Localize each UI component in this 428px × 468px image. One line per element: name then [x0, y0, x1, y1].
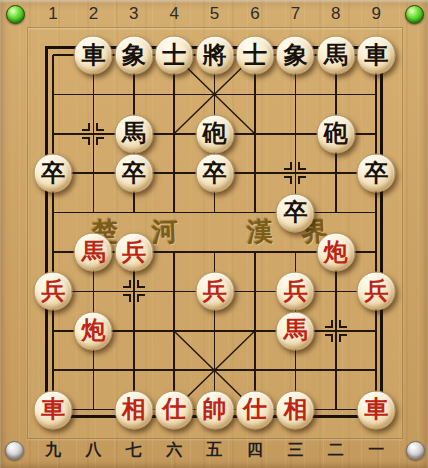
piece-black-advisor[interactable]: 士 — [155, 36, 194, 75]
file-label-top-6: 6 — [250, 4, 259, 24]
piece-glyph: 象 — [122, 42, 146, 66]
piece-glyph: 馬 — [283, 318, 307, 342]
file-label-bottom-4: 六 — [166, 440, 182, 461]
piece-black-horse[interactable]: 馬 — [316, 36, 355, 75]
piece-glyph: 兵 — [122, 239, 146, 263]
file-label-bottom-1: 九 — [45, 440, 61, 461]
file-label-bottom-3: 七 — [126, 440, 142, 461]
indicator-light-top-right — [405, 5, 424, 24]
grid-line-vertical — [173, 55, 175, 213]
piece-glyph: 象 — [283, 42, 307, 66]
piece-glyph: 馬 — [122, 121, 146, 145]
piece-black-horse[interactable]: 馬 — [114, 114, 153, 153]
piece-glyph: 卒 — [41, 160, 65, 184]
piece-glyph: 砲 — [203, 121, 227, 145]
file-label-bottom-7: 三 — [287, 440, 303, 461]
piece-black-chariot[interactable]: 車 — [74, 36, 113, 75]
piece-glyph: 卒 — [203, 160, 227, 184]
grid-line-vertical — [295, 55, 297, 213]
piece-red-advisor[interactable]: 仕 — [155, 390, 194, 429]
piece-glyph: 炮 — [324, 239, 348, 263]
piece-glyph: 車 — [41, 397, 65, 421]
piece-red-horse[interactable]: 馬 — [276, 311, 315, 350]
file-label-bottom-9: 一 — [368, 440, 384, 461]
piece-glyph: 相 — [122, 397, 146, 421]
file-label-bottom-5: 五 — [207, 440, 223, 461]
file-label-top-2: 2 — [89, 4, 98, 24]
grid-line-vertical — [375, 55, 377, 410]
piece-red-horse[interactable]: 馬 — [74, 233, 113, 272]
piece-red-soldier[interactable]: 兵 — [195, 272, 234, 311]
position-marker — [123, 280, 145, 302]
piece-glyph: 兵 — [364, 278, 388, 302]
piece-glyph: 相 — [283, 397, 307, 421]
piece-red-soldier[interactable]: 兵 — [357, 272, 396, 311]
xiangqi-app-window: 楚河漢界車象士將士象馬車馬砲砲卒卒卒卒卒馬兵炮兵兵兵兵炮馬車相仕帥仕相車1234… — [0, 0, 428, 468]
river-text: 河 — [151, 214, 178, 250]
piece-black-elephant[interactable]: 象 — [114, 36, 153, 75]
piece-glyph: 兵 — [283, 278, 307, 302]
piece-glyph: 砲 — [324, 121, 348, 145]
piece-black-chariot[interactable]: 車 — [357, 36, 396, 75]
piece-red-soldier[interactable]: 兵 — [114, 233, 153, 272]
piece-glyph: 仕 — [243, 397, 267, 421]
piece-glyph: 士 — [243, 42, 267, 66]
position-marker — [325, 320, 347, 342]
piece-red-soldier[interactable]: 兵 — [34, 272, 73, 311]
file-label-top-8: 8 — [331, 4, 340, 24]
piece-glyph: 車 — [364, 42, 388, 66]
piece-red-general[interactable]: 帥 — [195, 390, 234, 429]
file-label-bottom-2: 八 — [85, 440, 101, 461]
file-label-top-9: 9 — [371, 4, 380, 24]
grid-line-vertical — [254, 55, 256, 213]
piece-glyph: 車 — [364, 397, 388, 421]
piece-black-soldier[interactable]: 卒 — [114, 154, 153, 193]
file-label-top-5: 5 — [210, 4, 219, 24]
river-text: 漢 — [246, 214, 273, 250]
piece-red-elephant[interactable]: 相 — [276, 390, 315, 429]
piece-glyph: 仕 — [162, 397, 186, 421]
piece-red-chariot[interactable]: 車 — [357, 390, 396, 429]
grid-line-vertical — [52, 55, 54, 410]
piece-glyph: 兵 — [41, 278, 65, 302]
piece-glyph: 卒 — [283, 200, 307, 224]
file-label-top-1: 1 — [48, 4, 57, 24]
position-marker — [82, 123, 104, 145]
piece-black-cannon[interactable]: 砲 — [195, 114, 234, 153]
piece-red-cannon[interactable]: 炮 — [74, 311, 113, 350]
piece-red-cannon[interactable]: 炮 — [316, 233, 355, 272]
piece-black-soldier[interactable]: 卒 — [276, 193, 315, 232]
piece-black-cannon[interactable]: 砲 — [316, 114, 355, 153]
file-label-top-7: 7 — [291, 4, 300, 24]
piece-black-elephant[interactable]: 象 — [276, 36, 315, 75]
piece-red-elephant[interactable]: 相 — [114, 390, 153, 429]
piece-red-chariot[interactable]: 車 — [34, 390, 73, 429]
piece-red-advisor[interactable]: 仕 — [236, 390, 275, 429]
grid-line-vertical — [254, 252, 256, 410]
piece-glyph: 帥 — [203, 397, 227, 421]
file-label-top-4: 4 — [169, 4, 178, 24]
piece-glyph: 車 — [81, 42, 105, 66]
position-marker — [284, 162, 306, 184]
piece-black-soldier[interactable]: 卒 — [195, 154, 234, 193]
piece-black-advisor[interactable]: 士 — [236, 36, 275, 75]
piece-glyph: 卒 — [122, 160, 146, 184]
file-label-bottom-6: 四 — [247, 440, 263, 461]
piece-glyph: 炮 — [81, 318, 105, 342]
grid-line-vertical — [133, 252, 135, 410]
file-label-top-3: 3 — [129, 4, 138, 24]
piece-black-general[interactable]: 將 — [195, 36, 234, 75]
indicator-light-top-left — [6, 5, 25, 24]
piece-glyph: 馬 — [324, 42, 348, 66]
indicator-light-bottom-right — [406, 441, 425, 460]
piece-black-soldier[interactable]: 卒 — [34, 154, 73, 193]
grid-line-vertical — [173, 252, 175, 410]
piece-red-soldier[interactable]: 兵 — [276, 272, 315, 311]
piece-glyph: 馬 — [81, 239, 105, 263]
piece-black-soldier[interactable]: 卒 — [357, 154, 396, 193]
piece-glyph: 將 — [203, 42, 227, 66]
file-label-bottom-8: 二 — [328, 440, 344, 461]
indicator-light-bottom-left — [5, 441, 24, 460]
piece-glyph: 卒 — [364, 160, 388, 184]
piece-glyph: 兵 — [203, 278, 227, 302]
piece-glyph: 士 — [162, 42, 186, 66]
